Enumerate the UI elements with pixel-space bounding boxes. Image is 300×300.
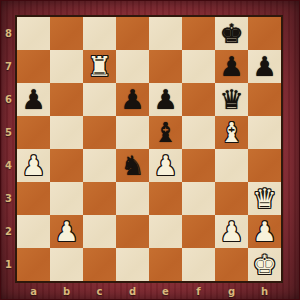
piece-white-pawn-b2[interactable]: ♟: [50, 215, 83, 248]
square-h6[interactable]: [248, 83, 281, 116]
square-c6[interactable]: [83, 83, 116, 116]
square-b1[interactable]: [50, 248, 83, 281]
square-c3[interactable]: [83, 182, 116, 215]
square-f5[interactable]: [182, 116, 215, 149]
square-c2[interactable]: [83, 215, 116, 248]
square-h3[interactable]: ♛: [248, 182, 281, 215]
square-h8[interactable]: [248, 17, 281, 50]
square-d8[interactable]: [116, 17, 149, 50]
piece-black-pawn-g7[interactable]: ♟: [215, 50, 248, 83]
chess-board-frame: 87654321 ♚♜♟♟♟♟♟♛♝♝♟♞♟♛♟♟♟♚ abcdefgh: [0, 0, 300, 300]
square-g6[interactable]: ♛: [215, 83, 248, 116]
piece-black-queen-g6[interactable]: ♛: [215, 83, 248, 116]
piece-black-knight-d4[interactable]: ♞: [116, 149, 149, 182]
square-e1[interactable]: [149, 248, 182, 281]
square-e2[interactable]: [149, 215, 182, 248]
square-d4[interactable]: ♞: [116, 149, 149, 182]
square-f7[interactable]: [182, 50, 215, 83]
file-label-a: a: [17, 281, 50, 300]
piece-black-pawn-a6[interactable]: ♟: [17, 83, 50, 116]
square-f1[interactable]: [182, 248, 215, 281]
file-label-d: d: [116, 281, 149, 300]
square-b2[interactable]: ♟: [50, 215, 83, 248]
square-b3[interactable]: [50, 182, 83, 215]
square-g7[interactable]: ♟: [215, 50, 248, 83]
square-g3[interactable]: [215, 182, 248, 215]
square-a7[interactable]: [17, 50, 50, 83]
square-c1[interactable]: [83, 248, 116, 281]
square-g4[interactable]: [215, 149, 248, 182]
square-a1[interactable]: [17, 248, 50, 281]
piece-white-bishop-g5[interactable]: ♝: [215, 116, 248, 149]
square-a6[interactable]: ♟: [17, 83, 50, 116]
square-e3[interactable]: [149, 182, 182, 215]
square-f2[interactable]: [182, 215, 215, 248]
square-d7[interactable]: [116, 50, 149, 83]
square-d2[interactable]: [116, 215, 149, 248]
square-g5[interactable]: ♝: [215, 116, 248, 149]
square-e5[interactable]: ♝: [149, 116, 182, 149]
piece-white-queen-h3[interactable]: ♛: [248, 182, 281, 215]
piece-white-pawn-h2[interactable]: ♟: [248, 215, 281, 248]
square-a8[interactable]: [17, 17, 50, 50]
square-b8[interactable]: [50, 17, 83, 50]
square-f4[interactable]: [182, 149, 215, 182]
square-f8[interactable]: [182, 17, 215, 50]
piece-white-king-h1[interactable]: ♚: [248, 248, 281, 281]
file-label-c: c: [83, 281, 116, 300]
square-d6[interactable]: ♟: [116, 83, 149, 116]
square-f6[interactable]: [182, 83, 215, 116]
file-label-e: e: [149, 281, 182, 300]
file-labels: abcdefgh: [17, 281, 281, 300]
piece-black-pawn-d6[interactable]: ♟: [116, 83, 149, 116]
rank-labels: 87654321: [0, 17, 17, 281]
square-b4[interactable]: [50, 149, 83, 182]
file-label-h: h: [248, 281, 281, 300]
square-d3[interactable]: [116, 182, 149, 215]
square-d1[interactable]: [116, 248, 149, 281]
square-g8[interactable]: ♚: [215, 17, 248, 50]
square-f3[interactable]: [182, 182, 215, 215]
square-h1[interactable]: ♚: [248, 248, 281, 281]
square-a2[interactable]: [17, 215, 50, 248]
square-d5[interactable]: [116, 116, 149, 149]
rank-label-5: 5: [0, 116, 17, 149]
square-c4[interactable]: [83, 149, 116, 182]
square-g1[interactable]: [215, 248, 248, 281]
square-e7[interactable]: [149, 50, 182, 83]
piece-white-rook-c7[interactable]: ♜: [83, 50, 116, 83]
square-e8[interactable]: [149, 17, 182, 50]
rank-label-7: 7: [0, 50, 17, 83]
rank-label-2: 2: [0, 215, 17, 248]
square-e4[interactable]: ♟: [149, 149, 182, 182]
rank-label-6: 6: [0, 83, 17, 116]
square-a3[interactable]: [17, 182, 50, 215]
square-a4[interactable]: ♟: [17, 149, 50, 182]
piece-white-pawn-a4[interactable]: ♟: [17, 149, 50, 182]
square-c5[interactable]: [83, 116, 116, 149]
rank-label-8: 8: [0, 17, 17, 50]
piece-white-pawn-g2[interactable]: ♟: [215, 215, 248, 248]
square-b6[interactable]: [50, 83, 83, 116]
rank-label-4: 4: [0, 149, 17, 182]
square-a5[interactable]: [17, 116, 50, 149]
square-h7[interactable]: ♟: [248, 50, 281, 83]
piece-black-pawn-h7[interactable]: ♟: [248, 50, 281, 83]
file-label-f: f: [182, 281, 215, 300]
piece-black-pawn-e6[interactable]: ♟: [149, 83, 182, 116]
square-c7[interactable]: ♜: [83, 50, 116, 83]
file-label-g: g: [215, 281, 248, 300]
square-g2[interactable]: ♟: [215, 215, 248, 248]
piece-white-pawn-e4[interactable]: ♟: [149, 149, 182, 182]
square-c8[interactable]: [83, 17, 116, 50]
square-h5[interactable]: [248, 116, 281, 149]
piece-black-bishop-e5[interactable]: ♝: [149, 116, 182, 149]
square-h4[interactable]: [248, 149, 281, 182]
chess-board: ♚♜♟♟♟♟♟♛♝♝♟♞♟♛♟♟♟♚: [17, 17, 281, 281]
square-h2[interactable]: ♟: [248, 215, 281, 248]
square-b7[interactable]: [50, 50, 83, 83]
piece-black-king-g8[interactable]: ♚: [215, 17, 248, 50]
rank-label-1: 1: [0, 248, 17, 281]
square-b5[interactable]: [50, 116, 83, 149]
rank-label-3: 3: [0, 182, 17, 215]
square-e6[interactable]: ♟: [149, 83, 182, 116]
file-label-b: b: [50, 281, 83, 300]
